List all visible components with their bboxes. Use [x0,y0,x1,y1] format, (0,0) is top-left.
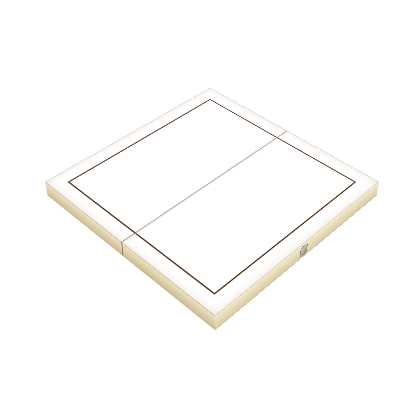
board-squares [67,98,356,294]
product-photo [0,0,395,395]
scene [0,0,395,395]
chess-board [44,87,379,316]
board-top [44,87,379,316]
